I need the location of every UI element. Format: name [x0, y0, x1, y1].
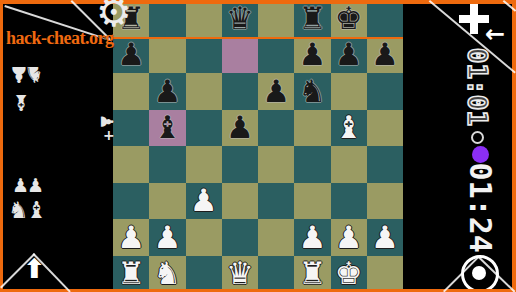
square-f7[interactable]: ♟ — [294, 37, 330, 74]
piece-white-r-f1[interactable]: ♜ — [298, 258, 326, 289]
square-b3[interactable] — [149, 183, 185, 220]
square-d7[interactable] — [222, 37, 258, 74]
square-d2[interactable] — [222, 219, 258, 256]
square-f4[interactable] — [294, 146, 330, 183]
square-c5[interactable] — [186, 110, 222, 147]
square-a7[interactable]: ♟ — [113, 37, 149, 74]
piece-white-b-g5[interactable]: ♝ — [335, 112, 363, 143]
square-c1[interactable] — [186, 256, 222, 292]
square-e1[interactable] — [258, 256, 294, 292]
square-h6[interactable] — [367, 73, 403, 110]
piece-white-p-c3[interactable]: ♟ — [190, 185, 218, 216]
square-e6[interactable]: ♟ — [258, 73, 294, 110]
square-d3[interactable] — [222, 183, 258, 220]
square-h2[interactable]: ♟ — [367, 219, 403, 256]
captured-pawn-icon: ♟ — [27, 176, 44, 195]
square-a4[interactable] — [113, 146, 149, 183]
piece-white-p-g2[interactable]: ♟ — [335, 222, 363, 253]
piece-black-r-f8[interactable]: ♜ — [298, 3, 326, 34]
white-clock: 01:24 — [463, 163, 498, 253]
square-c7[interactable] — [186, 37, 222, 74]
square-h5[interactable] — [367, 110, 403, 147]
frame-border — [512, 0, 516, 292]
piece-white-n-b1[interactable]: ♞ — [153, 258, 181, 289]
square-f3[interactable] — [294, 183, 330, 220]
square-h8[interactable] — [367, 0, 403, 37]
square-c8[interactable] — [186, 0, 222, 37]
square-b4[interactable] — [149, 146, 185, 183]
square-f5[interactable] — [294, 110, 330, 147]
square-a5[interactable] — [113, 110, 149, 147]
square-g6[interactable] — [331, 73, 367, 110]
square-a6[interactable] — [113, 73, 149, 110]
app-screenshot: ♜♛♜♚♟♟♟♟♟♟♞♝♟♝♟♟♟♟♟♟♜♞♛♜♚ ♟♞♝ ♟ + ♟♟♞♝ ←… — [0, 0, 516, 292]
square-f2[interactable]: ♟ — [294, 219, 330, 256]
square-g8[interactable]: ♚ — [331, 0, 367, 37]
square-a1[interactable]: ♜ — [113, 256, 149, 292]
square-e2[interactable] — [258, 219, 294, 256]
chess-board: ♜♛♜♚♟♟♟♟♟♟♞♝♟♝♟♟♟♟♟♟♜♞♛♜♚ — [113, 0, 403, 292]
square-c2[interactable] — [186, 219, 222, 256]
black-clock: 01:01 — [462, 45, 492, 129]
piece-black-n-f6[interactable]: ♞ — [298, 76, 326, 107]
piece-black-p-b6[interactable]: ♟ — [153, 76, 181, 107]
square-g5[interactable]: ♝ — [331, 110, 367, 147]
square-e8[interactable] — [258, 0, 294, 37]
square-d4[interactable] — [222, 146, 258, 183]
piece-black-q-d8[interactable]: ♛ — [226, 3, 254, 34]
piece-white-p-a2[interactable]: ♟ — [117, 222, 145, 253]
square-f1[interactable]: ♜ — [294, 256, 330, 292]
white-turn-dot — [472, 146, 489, 163]
back-arrow-icon[interactable]: ← — [485, 22, 505, 46]
piece-white-k-g1[interactable]: ♚ — [335, 258, 363, 289]
square-h3[interactable] — [367, 183, 403, 220]
square-b2[interactable]: ♟ — [149, 219, 185, 256]
square-g7[interactable]: ♟ — [331, 37, 367, 74]
square-a2[interactable]: ♟ — [113, 219, 149, 256]
square-d6[interactable] — [222, 73, 258, 110]
square-b8[interactable] — [149, 0, 185, 37]
square-g3[interactable] — [331, 183, 367, 220]
square-f8[interactable]: ♜ — [294, 0, 330, 37]
piece-black-p-e6[interactable]: ♟ — [262, 76, 290, 107]
watermark-banner-underline — [113, 37, 403, 39]
record-button-core — [472, 266, 486, 280]
gear-icon: ⚙ — [96, 0, 132, 32]
right-panel: ← 01:01 01:24 — [403, 0, 516, 292]
square-h7[interactable]: ♟ — [367, 37, 403, 74]
piece-black-p-a7[interactable]: ♟ — [117, 39, 145, 70]
square-e3[interactable] — [258, 183, 294, 220]
square-e7[interactable] — [258, 37, 294, 74]
piece-black-b-b5[interactable]: ♝ — [153, 112, 181, 143]
piece-white-q-d1[interactable]: ♛ — [226, 258, 254, 289]
piece-black-p-d5[interactable]: ♟ — [226, 112, 254, 143]
square-g4[interactable] — [331, 146, 367, 183]
square-b5[interactable]: ♝ — [149, 110, 185, 147]
square-g2[interactable]: ♟ — [331, 219, 367, 256]
square-h4[interactable] — [367, 146, 403, 183]
square-d5[interactable]: ♟ — [222, 110, 258, 147]
piece-white-r-a1[interactable]: ♜ — [117, 258, 145, 289]
square-c6[interactable] — [186, 73, 222, 110]
square-b1[interactable]: ♞ — [149, 256, 185, 292]
piece-black-p-h7[interactable]: ♟ — [371, 39, 399, 70]
square-c3[interactable]: ♟ — [186, 183, 222, 220]
frame-border — [0, 0, 516, 4]
black-turn-dot — [471, 131, 484, 144]
piece-black-p-g7[interactable]: ♟ — [335, 39, 363, 70]
square-d1[interactable]: ♛ — [222, 256, 258, 292]
piece-white-p-f2[interactable]: ♟ — [298, 222, 326, 253]
piece-white-p-b2[interactable]: ♟ — [153, 222, 181, 253]
square-c4[interactable] — [186, 146, 222, 183]
square-e4[interactable] — [258, 146, 294, 183]
up-arrow-icon[interactable]: ⬆ — [23, 255, 46, 282]
piece-black-k-g8[interactable]: ♚ — [335, 3, 363, 34]
captured-knight-icon: ♞ — [24, 63, 44, 85]
square-e5[interactable] — [258, 110, 294, 147]
piece-white-p-h2[interactable]: ♟ — [371, 222, 399, 253]
square-b7[interactable] — [149, 37, 185, 74]
square-f6[interactable]: ♞ — [294, 73, 330, 110]
square-g1[interactable]: ♚ — [331, 256, 367, 292]
square-b6[interactable]: ♟ — [149, 73, 185, 110]
captured-bishop-icon: ♝ — [26, 199, 47, 222]
frame-border — [0, 0, 3, 292]
plus-icon-bar — [470, 4, 478, 34]
square-a3[interactable] — [113, 183, 149, 220]
material-indicator-plus: + — [103, 128, 115, 142]
captured-bishop-icon: ♝ — [11, 91, 31, 113]
square-d8[interactable]: ♛ — [222, 0, 258, 37]
piece-black-p-f7[interactable]: ♟ — [298, 39, 326, 70]
square-h1[interactable] — [367, 256, 403, 292]
